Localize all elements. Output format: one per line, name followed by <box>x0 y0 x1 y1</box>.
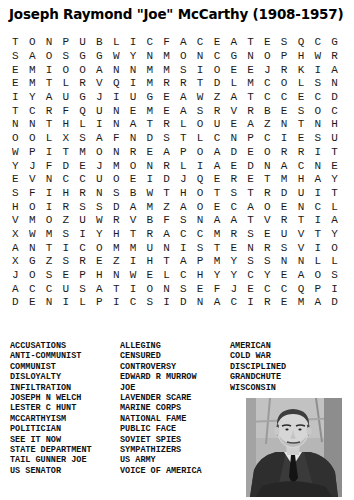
grid-cell: H <box>7 200 24 214</box>
grid-cell: S <box>57 255 74 269</box>
grid-cell: T <box>259 173 276 187</box>
grid-cell: T <box>293 118 310 132</box>
grid-cell: F <box>108 132 125 146</box>
grid-cell: I <box>309 214 326 228</box>
grid-cell: A <box>91 63 108 77</box>
grid-cell: S <box>108 187 125 201</box>
grid-cell: C <box>225 200 242 214</box>
grid-cell: J <box>24 159 41 173</box>
grid-cell: T <box>7 36 24 50</box>
grid-cell: C <box>309 200 326 214</box>
grid-cell: D <box>326 296 343 310</box>
grid-cell: U <box>209 118 226 132</box>
word-list-item: JOE <box>120 383 202 393</box>
grid-cell: I <box>41 146 58 160</box>
grid-cell: O <box>209 63 226 77</box>
grid-cell: T <box>7 104 24 118</box>
grid-cell: T <box>41 77 58 91</box>
grid-cell: E <box>242 282 259 296</box>
grid-cell: T <box>209 187 226 201</box>
grid-cell: P <box>57 36 74 50</box>
grid-cell: S <box>192 104 209 118</box>
grid-cell: V <box>91 77 108 91</box>
grid-cell: E <box>242 173 259 187</box>
grid-cell: I <box>41 187 58 201</box>
word-list-item: CONTROVERSY <box>120 362 202 372</box>
grid-cell: C <box>209 132 226 146</box>
grid-cell: C <box>141 36 158 50</box>
grid-cell: W <box>309 50 326 64</box>
grid-cell: N <box>158 282 175 296</box>
grid-cell: C <box>175 269 192 283</box>
grid-cell: S <box>158 132 175 146</box>
grid-cell: C <box>74 241 91 255</box>
grid-cell: N <box>242 241 259 255</box>
grid-cell: S <box>141 296 158 310</box>
word-list-item: DISLOYALTY <box>10 372 92 382</box>
grid-cell: Z <box>41 255 58 269</box>
grid-cell: O <box>24 200 41 214</box>
grid-cell: P <box>309 282 326 296</box>
grid-cell: C <box>309 36 326 50</box>
grid-cell: S <box>7 187 24 201</box>
grid-cell: C <box>326 104 343 118</box>
word-list-item: PUBLIC FACE <box>120 424 202 434</box>
word-list-item: POLITICIAN <box>10 424 92 434</box>
grid-cell: G <box>326 36 343 50</box>
grid-cell: N <box>24 241 41 255</box>
grid-cell: P <box>74 269 91 283</box>
word-list-item: JOSEPH N WELCH <box>10 393 92 403</box>
grid-cell: O <box>141 282 158 296</box>
grid-cell: D <box>175 296 192 310</box>
grid-cell: E <box>7 77 24 91</box>
grid-cell: A <box>7 282 24 296</box>
grid-cell: E <box>209 200 226 214</box>
word-list-item: STATE DEPARTMENT <box>10 445 92 455</box>
grid-cell: I <box>192 63 209 77</box>
grid-cell: E <box>7 173 24 187</box>
grid-cell: E <box>57 269 74 283</box>
grid-cell: R <box>175 77 192 91</box>
grid-cell: X <box>7 255 24 269</box>
grid-cell: I <box>242 296 259 310</box>
grid-cell: O <box>74 63 91 77</box>
word-search-grid: TONPUBLICFACEATESQCGSAOSGGWYNMONCGNOPHWR… <box>7 36 343 310</box>
grid-cell: N <box>309 159 326 173</box>
grid-cell: O <box>276 77 293 91</box>
grid-cell: A <box>175 104 192 118</box>
grid-cell: T <box>309 228 326 242</box>
grid-cell: I <box>57 296 74 310</box>
grid-cell: D <box>242 159 259 173</box>
grid-cell: U <box>74 214 91 228</box>
grid-cell: O <box>259 200 276 214</box>
grid-cell: A <box>209 214 226 228</box>
grid-cell: Y <box>7 159 24 173</box>
grid-cell: E <box>125 173 142 187</box>
grid-cell: Y <box>225 255 242 269</box>
grid-cell: Y <box>125 50 142 64</box>
grid-cell: V <box>293 241 310 255</box>
grid-cell: M <box>242 77 259 91</box>
grid-cell: A <box>309 173 326 187</box>
grid-cell: C <box>276 91 293 105</box>
grid-cell: H <box>326 118 343 132</box>
grid-cell: L <box>192 132 209 146</box>
grid-cell: W <box>91 214 108 228</box>
grid-cell: S <box>259 255 276 269</box>
word-list-item: US SENATOR <box>10 466 92 476</box>
word-list-item: EDWARD R MURROW <box>120 372 202 382</box>
grid-cell: A <box>125 118 142 132</box>
grid-cell: N <box>293 200 310 214</box>
grid-cell: O <box>192 146 209 160</box>
grid-cell: Z <box>57 214 74 228</box>
grid-cell: R <box>141 228 158 242</box>
grid-cell: T <box>209 241 226 255</box>
grid-cell: C <box>225 296 242 310</box>
grid-cell: W <box>7 146 24 160</box>
grid-cell: M <box>209 255 226 269</box>
grid-cell: C <box>259 77 276 91</box>
word-list-item: WISCONSIN <box>230 383 286 393</box>
grid-cell: E <box>91 255 108 269</box>
grid-cell: Y <box>209 269 226 283</box>
grid-cell: S <box>326 269 343 283</box>
grid-cell: F <box>24 187 41 201</box>
grid-cell: H <box>91 269 108 283</box>
grid-cell: E <box>158 104 175 118</box>
grid-cell: M <box>293 296 310 310</box>
grid-cell: R <box>74 77 91 91</box>
grid-cell: U <box>141 241 158 255</box>
grid-cell: R <box>276 63 293 77</box>
grid-cell: N <box>276 118 293 132</box>
word-list-item: NATIONAL FAME <box>120 414 202 424</box>
grid-cell: S <box>175 214 192 228</box>
grid-cell: R <box>276 146 293 160</box>
grid-cell: I <box>309 241 326 255</box>
grid-cell: R <box>326 50 343 64</box>
grid-cell: N <box>141 50 158 64</box>
grid-cell: A <box>91 132 108 146</box>
grid-cell: R <box>276 214 293 228</box>
grid-cell: L <box>74 296 91 310</box>
grid-cell: S <box>175 282 192 296</box>
grid-cell: U <box>91 104 108 118</box>
grid-cell: I <box>125 282 142 296</box>
grid-cell: M <box>24 63 41 77</box>
grid-cell: T <box>242 91 259 105</box>
grid-cell: H <box>293 173 310 187</box>
grid-cell: B <box>125 187 142 201</box>
grid-cell: I <box>125 255 142 269</box>
grid-cell: W <box>24 228 41 242</box>
grid-cell: E <box>125 104 142 118</box>
grid-cell: P <box>276 50 293 64</box>
grid-cell: E <box>293 91 310 105</box>
grid-cell: N <box>41 36 58 50</box>
word-list-item: SYMPATHIZERS <box>120 445 202 455</box>
grid-cell: O <box>24 269 41 283</box>
grid-cell: P <box>24 146 41 160</box>
word-list-item: CENSURED <box>120 351 202 361</box>
grid-cell: L <box>175 118 192 132</box>
grid-cell: S <box>276 36 293 50</box>
grid-cell: R <box>225 173 242 187</box>
grid-cell: M <box>24 214 41 228</box>
grid-cell: N <box>192 50 209 64</box>
word-list-item: INFILTRATION <box>10 383 92 393</box>
grid-cell: G <box>74 91 91 105</box>
grid-cell: O <box>91 146 108 160</box>
grid-cell: T <box>326 187 343 201</box>
grid-cell: A <box>209 146 226 160</box>
grid-cell: H <box>192 269 209 283</box>
grid-cell: Q <box>192 173 209 187</box>
grid-cell: E <box>192 282 209 296</box>
grid-cell: G <box>225 50 242 64</box>
grid-cell: V <box>293 228 310 242</box>
word-list-item: LAVENDER SCARE <box>120 393 202 403</box>
grid-cell: Q <box>74 104 91 118</box>
grid-cell: O <box>57 63 74 77</box>
grid-cell: L <box>309 255 326 269</box>
grid-cell: L <box>293 77 310 91</box>
word-list-item: COMMUNIST <box>10 362 92 372</box>
grid-cell: T <box>41 241 58 255</box>
grid-cell: E <box>141 269 158 283</box>
grid-cell: A <box>24 50 41 64</box>
grid-cell: L <box>326 255 343 269</box>
grid-cell: J <box>7 269 24 283</box>
grid-cell: B <box>141 214 158 228</box>
grid-cell: D <box>108 200 125 214</box>
grid-cell: A <box>209 296 226 310</box>
grid-cell: J <box>175 173 192 187</box>
grid-cell: Q <box>293 282 310 296</box>
grid-cell: U <box>326 132 343 146</box>
grid-cell: C <box>209 50 226 64</box>
grid-cell: N <box>276 255 293 269</box>
grid-cell: D <box>158 173 175 187</box>
grid-cell: T <box>158 187 175 201</box>
grid-cell: L <box>57 77 74 91</box>
grid-cell: A <box>175 200 192 214</box>
grid-cell: O <box>108 173 125 187</box>
grid-cell: I <box>192 159 209 173</box>
word-list-item: SEE IT NOW <box>10 435 92 445</box>
word-list-item: MARINE CORPS <box>120 403 202 413</box>
grid-cell: S <box>242 228 259 242</box>
grid-cell: A <box>225 91 242 105</box>
grid-cell: R <box>259 241 276 255</box>
grid-cell: C <box>74 173 91 187</box>
grid-cell: V <box>225 104 242 118</box>
grid-cell: H <box>108 228 125 242</box>
grid-cell: O <box>125 159 142 173</box>
grid-cell: A <box>91 282 108 296</box>
grid-cell: I <box>309 146 326 160</box>
grid-cell: F <box>41 159 58 173</box>
grid-cell: N <box>108 118 125 132</box>
grid-cell: U <box>74 36 91 50</box>
grid-cell: Z <box>108 255 125 269</box>
grid-cell: N <box>125 63 142 77</box>
grid-cell: G <box>24 255 41 269</box>
grid-cell: N <box>24 118 41 132</box>
grid-cell: E <box>158 91 175 105</box>
mccarthy-photo <box>246 398 342 497</box>
grid-cell: G <box>91 50 108 64</box>
grid-cell: H <box>175 187 192 201</box>
grid-cell: Z <box>259 118 276 132</box>
grid-cell: I <box>276 132 293 146</box>
grid-cell: C <box>24 104 41 118</box>
grid-cell: E <box>209 173 226 187</box>
grid-cell: I <box>41 200 58 214</box>
grid-cell: N <box>326 77 343 91</box>
grid-cell: U <box>91 173 108 187</box>
grid-cell: A <box>175 36 192 50</box>
grid-cell: M <box>141 104 158 118</box>
grid-cell: A <box>158 228 175 242</box>
grid-cell: A <box>209 159 226 173</box>
grid-cell: C <box>259 132 276 146</box>
grid-cell: L <box>158 269 175 283</box>
grid-cell: E <box>141 146 158 160</box>
grid-cell: K <box>293 63 310 77</box>
grid-cell: W <box>108 50 125 64</box>
grid-cell: C <box>259 91 276 105</box>
grid-cell: N <box>108 104 125 118</box>
grid-cell: J <box>259 63 276 77</box>
grid-cell: E <box>259 228 276 242</box>
grid-cell: R <box>242 104 259 118</box>
grid-cell: W <box>141 187 158 201</box>
grid-cell: T <box>57 146 74 160</box>
grid-cell: P <box>192 255 209 269</box>
grid-cell: L <box>108 36 125 50</box>
grid-cell: A <box>225 36 242 50</box>
grid-cell: A <box>309 296 326 310</box>
grid-cell: O <box>175 50 192 64</box>
grid-cell: U <box>57 91 74 105</box>
word-list-column: ACCUSATIONSANTI-COMMUNISTCOMMUNISTDISLOY… <box>10 341 92 476</box>
grid-cell: H <box>141 255 158 269</box>
word-list-item: TAIL GUNNER JOE <box>10 455 92 465</box>
grid-cell: E <box>242 63 259 77</box>
grid-cell: F <box>158 36 175 50</box>
grid-cell: A <box>175 91 192 105</box>
grid-cell: M <box>125 241 142 255</box>
grid-cell: O <box>24 132 41 146</box>
page: Joseph Raymond "Joe" McCarthy (1908-1957… <box>0 0 354 500</box>
grid-cell: P <box>91 296 108 310</box>
grid-cell: E <box>242 146 259 160</box>
grid-cell: C <box>175 228 192 242</box>
grid-cell: N <box>309 118 326 132</box>
word-list-item: DISCIPLINED <box>230 362 286 372</box>
grid-cell: C <box>41 282 58 296</box>
grid-cell: T <box>242 214 259 228</box>
word-list-item: ACCUSATIONS <box>10 341 92 351</box>
grid-cell: E <box>74 159 91 173</box>
grid-cell: M <box>276 173 293 187</box>
grid-cell: D <box>141 132 158 146</box>
word-list-item: AMERICAN <box>230 341 286 351</box>
grid-cell: B <box>259 104 276 118</box>
grid-cell: S <box>91 200 108 214</box>
grid-cell: R <box>57 200 74 214</box>
grid-cell: A <box>326 214 343 228</box>
grid-cell: A <box>175 255 192 269</box>
grid-cell: D <box>209 77 226 91</box>
grid-cell: N <box>41 173 58 187</box>
grid-cell: U <box>276 228 293 242</box>
grid-cell: O <box>192 200 209 214</box>
word-list-column: ALLEGINGCENSUREDCONTROVERSYEDWARD R MURR… <box>120 341 202 476</box>
grid-cell: O <box>309 269 326 283</box>
grid-cell: N <box>141 159 158 173</box>
grid-cell: S <box>74 200 91 214</box>
grid-cell: A <box>293 269 310 283</box>
grid-cell: R <box>158 77 175 91</box>
grid-cell: I <box>7 91 24 105</box>
word-list-item: ALLEGING <box>120 341 202 351</box>
grid-cell: Y <box>24 91 41 105</box>
grid-cell: N <box>293 255 310 269</box>
grid-cell: T <box>158 255 175 269</box>
grid-cell: S <box>242 255 259 269</box>
grid-cell: F <box>57 104 74 118</box>
grid-cell: N <box>7 118 24 132</box>
grid-cell: T <box>41 118 58 132</box>
grid-cell: C <box>192 36 209 50</box>
grid-cell: T <box>242 187 259 201</box>
grid-cell: A <box>242 118 259 132</box>
grid-cell: S <box>309 132 326 146</box>
grid-cell: E <box>276 104 293 118</box>
grid-cell: S <box>57 50 74 64</box>
grid-cell: R <box>158 118 175 132</box>
grid-cell: N <box>242 50 259 64</box>
puzzle-title: Joseph Raymond "Joe" McCarthy (1908-1957… <box>9 6 349 22</box>
grid-cell: R <box>108 214 125 228</box>
grid-cell: W <box>125 269 142 283</box>
grid-cell: A <box>276 159 293 173</box>
grid-cell: S <box>7 50 24 64</box>
grid-cell: C <box>57 173 74 187</box>
grid-cell: D <box>326 91 343 105</box>
word-list-item: COLD WAR <box>230 351 286 361</box>
grid-cell: R <box>259 187 276 201</box>
grid-cell: T <box>125 228 142 242</box>
grid-cell: I <box>326 282 343 296</box>
grid-cell: H <box>293 50 310 64</box>
grid-cell: O <box>192 118 209 132</box>
grid-cell: A <box>7 241 24 255</box>
grid-cell: M <box>74 146 91 160</box>
grid-cell: M <box>141 63 158 77</box>
grid-cell: B <box>91 36 108 50</box>
grid-cell: L <box>225 77 242 91</box>
grid-cell: V <box>7 214 24 228</box>
grid-cell: P <box>242 132 259 146</box>
grid-cell: R <box>209 104 226 118</box>
grid-cell: I <box>158 296 175 310</box>
